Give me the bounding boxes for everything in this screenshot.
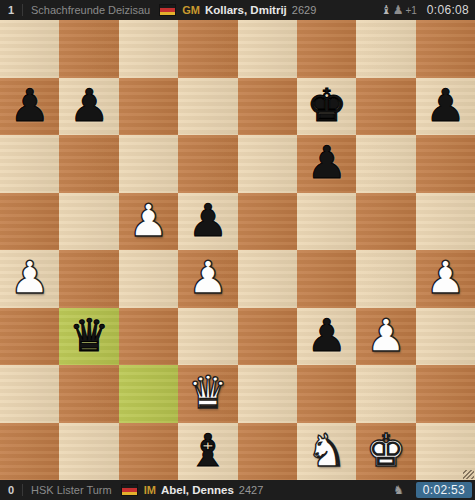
square-f1[interactable]: ♞	[297, 423, 356, 481]
square-d6[interactable]	[178, 135, 237, 193]
white-knight-f1[interactable]: ♞	[306, 428, 346, 473]
clock-top: 0:06:08	[427, 3, 469, 17]
black-bishop-d1[interactable]: ♝	[188, 428, 228, 473]
square-g4[interactable]	[356, 250, 415, 308]
square-e6[interactable]	[238, 135, 297, 193]
square-g7[interactable]	[356, 78, 415, 136]
white-queen-d2[interactable]: ♛	[188, 370, 228, 415]
square-g6[interactable]	[356, 135, 415, 193]
square-d5[interactable]: ♟	[178, 193, 237, 251]
team-name-bottom: HSK Lister Turm	[31, 484, 112, 496]
black-pawn-d5[interactable]: ♟	[188, 198, 228, 243]
square-h8[interactable]	[416, 20, 475, 78]
black-pawn-f3[interactable]: ♟	[306, 313, 346, 358]
black-queen-b3[interactable]: ♛	[69, 313, 109, 358]
square-a8[interactable]	[0, 20, 59, 78]
square-c3[interactable]	[119, 308, 178, 366]
black-pawn-a7[interactable]: ♟	[10, 83, 50, 128]
square-g8[interactable]	[356, 20, 415, 78]
square-g2[interactable]	[356, 365, 415, 423]
player-bar-bottom: 0 HSK Lister Turm IM Abel, Dennes 2427 ♞…	[0, 480, 475, 500]
black-pawn-f6[interactable]: ♟	[306, 140, 346, 185]
captured-material-bottom: ♞	[393, 483, 404, 497]
square-a7[interactable]: ♟	[0, 78, 59, 136]
square-b3[interactable]: ♛	[59, 308, 118, 366]
square-b8[interactable]	[59, 20, 118, 78]
square-d7[interactable]	[178, 78, 237, 136]
black-pawn-b7[interactable]: ♟	[69, 83, 109, 128]
square-e5[interactable]	[238, 193, 297, 251]
square-g5[interactable]	[356, 193, 415, 251]
player-rating-top: 2629	[292, 4, 316, 16]
square-f5[interactable]	[297, 193, 356, 251]
square-c6[interactable]	[119, 135, 178, 193]
square-b5[interactable]	[59, 193, 118, 251]
chess-board[interactable]: ♟♟♚♟♟♟♟♟♟♟♛♟♟♛♝♞♚	[0, 20, 475, 480]
black-king-f7[interactable]: ♚	[306, 83, 346, 128]
square-h7[interactable]: ♟	[416, 78, 475, 136]
square-d4[interactable]: ♟	[178, 250, 237, 308]
captured-knight-icon: ♞	[393, 483, 404, 497]
team-score-bottom: 0	[0, 484, 23, 496]
german-flag-icon	[121, 484, 138, 496]
square-b1[interactable]	[59, 423, 118, 481]
square-a6[interactable]	[0, 135, 59, 193]
square-d8[interactable]	[178, 20, 237, 78]
square-g1[interactable]: ♚	[356, 423, 415, 481]
team-score-top: 1	[0, 4, 23, 16]
square-e3[interactable]	[238, 308, 297, 366]
square-a4[interactable]: ♟	[0, 250, 59, 308]
square-b4[interactable]	[59, 250, 118, 308]
square-a5[interactable]	[0, 193, 59, 251]
captured-pawn-icon: ♟	[393, 3, 404, 17]
square-h3[interactable]	[416, 308, 475, 366]
square-f7[interactable]: ♚	[297, 78, 356, 136]
white-pawn-c5[interactable]: ♟	[128, 198, 168, 243]
square-e8[interactable]	[238, 20, 297, 78]
square-c2[interactable]	[119, 365, 178, 423]
resize-handle-icon[interactable]	[463, 470, 474, 479]
square-h5[interactable]	[416, 193, 475, 251]
player-bar-top: 1 Schachfreunde Deizisau GM Kollars, Dmi…	[0, 0, 475, 20]
square-e7[interactable]	[238, 78, 297, 136]
board-area: ♟♟♚♟♟♟♟♟♟♟♛♟♟♛♝♞♚	[0, 20, 475, 480]
white-pawn-h4[interactable]: ♟	[425, 255, 465, 300]
clock-bottom: 0:02:53	[416, 482, 472, 498]
team-name-top: Schachfreunde Deizisau	[31, 4, 150, 16]
square-b7[interactable]: ♟	[59, 78, 118, 136]
square-h6[interactable]	[416, 135, 475, 193]
square-c8[interactable]	[119, 20, 178, 78]
captured-material-top: ♝♟	[381, 3, 404, 17]
square-b2[interactable]	[59, 365, 118, 423]
white-king-g1[interactable]: ♚	[366, 428, 406, 473]
square-c4[interactable]	[119, 250, 178, 308]
player-name-bottom: Abel, Dennes	[161, 484, 234, 496]
material-score-top: +1	[405, 5, 416, 16]
square-f3[interactable]: ♟	[297, 308, 356, 366]
square-d2[interactable]: ♛	[178, 365, 237, 423]
square-f2[interactable]	[297, 365, 356, 423]
square-c1[interactable]	[119, 423, 178, 481]
square-d1[interactable]: ♝	[178, 423, 237, 481]
square-c5[interactable]: ♟	[119, 193, 178, 251]
square-f4[interactable]	[297, 250, 356, 308]
square-a2[interactable]	[0, 365, 59, 423]
player-name-top: Kollars, Dmitrij	[205, 4, 287, 16]
player-rating-bottom: 2427	[239, 484, 263, 496]
white-pawn-d4[interactable]: ♟	[188, 255, 228, 300]
german-flag-icon	[159, 4, 176, 16]
black-pawn-h7[interactable]: ♟	[425, 83, 465, 128]
white-pawn-g3[interactable]: ♟	[366, 313, 406, 358]
captured-bishop-icon: ♝	[381, 3, 392, 17]
square-f6[interactable]: ♟	[297, 135, 356, 193]
square-f8[interactable]	[297, 20, 356, 78]
square-e2[interactable]	[238, 365, 297, 423]
square-h2[interactable]	[416, 365, 475, 423]
player-title-top: GM	[182, 4, 200, 16]
square-h4[interactable]: ♟	[416, 250, 475, 308]
white-pawn-a4[interactable]: ♟	[10, 255, 50, 300]
square-a3[interactable]	[0, 308, 59, 366]
square-a1[interactable]	[0, 423, 59, 481]
square-e4[interactable]	[238, 250, 297, 308]
square-g3[interactable]: ♟	[356, 308, 415, 366]
square-e1[interactable]	[238, 423, 297, 481]
square-b6[interactable]	[59, 135, 118, 193]
square-d3[interactable]	[178, 308, 237, 366]
player-title-bottom: IM	[144, 484, 156, 496]
square-c7[interactable]	[119, 78, 178, 136]
